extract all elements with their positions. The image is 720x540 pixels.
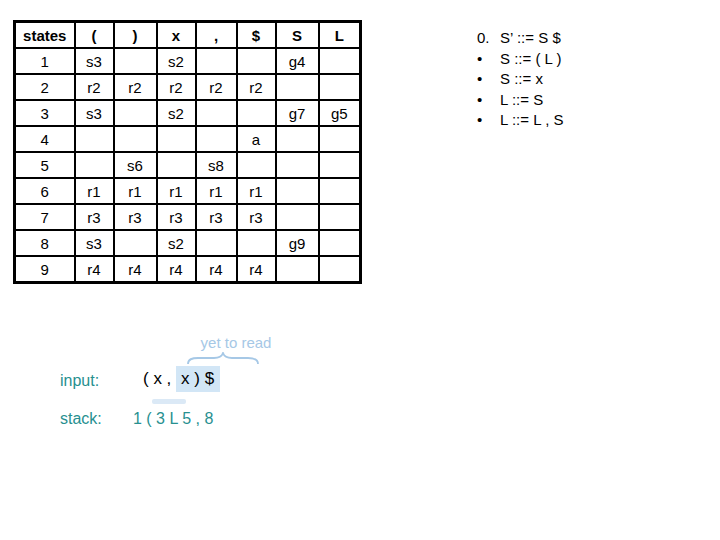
action-cell bbox=[319, 256, 361, 283]
state-number-cell: 2 bbox=[15, 74, 75, 100]
action-cell bbox=[237, 48, 276, 74]
grammar-rule-text: S ::= x bbox=[500, 69, 543, 90]
input-label: input: bbox=[60, 372, 99, 390]
action-cell bbox=[319, 74, 361, 100]
table-row: 9r4r4r4r4r4 bbox=[15, 256, 361, 283]
grammar-rule-marker: • bbox=[477, 69, 500, 90]
action-cell bbox=[157, 152, 196, 178]
action-cell bbox=[237, 152, 276, 178]
action-cell: r4 bbox=[114, 256, 157, 283]
table-row: 1s3s2g4 bbox=[15, 48, 361, 74]
action-cell bbox=[276, 74, 319, 100]
state-number-cell: 6 bbox=[15, 178, 75, 204]
grammar-rule-text: S ::= ( L ) bbox=[500, 49, 562, 70]
action-cell: r1 bbox=[75, 178, 114, 204]
action-cell: r4 bbox=[75, 256, 114, 283]
grammar-rule-row: •L ::= L , S bbox=[477, 110, 564, 131]
action-cell: g5 bbox=[319, 100, 361, 126]
column-header: ) bbox=[114, 22, 157, 49]
action-cell bbox=[196, 230, 237, 256]
action-cell bbox=[276, 152, 319, 178]
stack-label: stack: bbox=[60, 410, 102, 428]
parse-table-body: states()x,$SL1s3s2g42r2r2r2r2r23s3s2g7g5… bbox=[15, 22, 361, 283]
action-cell: r3 bbox=[237, 204, 276, 230]
grammar-list: 0.S’ ::= S $•S ::= ( L )•S ::= x•L ::= S… bbox=[477, 28, 564, 131]
grammar-rule-text: S’ ::= S $ bbox=[500, 28, 561, 49]
action-cell bbox=[319, 126, 361, 152]
grammar-rule-text: L ::= S bbox=[500, 90, 543, 111]
action-cell bbox=[114, 100, 157, 126]
action-cell bbox=[237, 100, 276, 126]
column-header: $ bbox=[237, 22, 276, 49]
state-number-cell: 8 bbox=[15, 230, 75, 256]
action-cell: r2 bbox=[114, 74, 157, 100]
action-cell: a bbox=[237, 126, 276, 152]
grammar-rule-row: 0.S’ ::= S $ bbox=[477, 28, 564, 49]
action-cell bbox=[196, 48, 237, 74]
grammar-rule-text: L ::= L , S bbox=[500, 110, 564, 131]
action-cell bbox=[319, 178, 361, 204]
action-cell: r3 bbox=[196, 204, 237, 230]
action-cell: s2 bbox=[157, 230, 196, 256]
state-number-cell: 3 bbox=[15, 100, 75, 126]
table-header-row: states()x,$SL bbox=[15, 22, 361, 49]
column-header: states bbox=[15, 22, 75, 49]
action-cell bbox=[319, 230, 361, 256]
action-cell: s6 bbox=[114, 152, 157, 178]
grammar-rule-marker: • bbox=[477, 90, 500, 111]
action-cell bbox=[319, 152, 361, 178]
action-cell bbox=[114, 230, 157, 256]
input-read-part: ( x , bbox=[143, 369, 176, 388]
action-cell: r2 bbox=[157, 74, 196, 100]
table-row: 2r2r2r2r2r2 bbox=[15, 74, 361, 100]
state-number-cell: 7 bbox=[15, 204, 75, 230]
grammar-rule-marker: 0. bbox=[477, 28, 500, 49]
action-cell: r3 bbox=[157, 204, 196, 230]
action-cell bbox=[237, 230, 276, 256]
action-cell: r3 bbox=[75, 204, 114, 230]
table-row: 3s3s2g7g5 bbox=[15, 100, 361, 126]
grammar-rule-row: •S ::= ( L ) bbox=[477, 49, 564, 70]
action-cell: s2 bbox=[157, 48, 196, 74]
action-cell: r1 bbox=[157, 178, 196, 204]
action-cell: r3 bbox=[114, 204, 157, 230]
action-cell: r4 bbox=[237, 256, 276, 283]
action-cell: r2 bbox=[237, 74, 276, 100]
action-cell bbox=[75, 152, 114, 178]
action-cell bbox=[114, 48, 157, 74]
action-cell: s3 bbox=[75, 100, 114, 126]
action-cell bbox=[196, 100, 237, 126]
action-cell bbox=[276, 256, 319, 283]
action-cell bbox=[157, 126, 196, 152]
table-row: 4a bbox=[15, 126, 361, 152]
action-cell: s2 bbox=[157, 100, 196, 126]
state-number-cell: 9 bbox=[15, 256, 75, 283]
action-cell: r1 bbox=[114, 178, 157, 204]
action-cell: g7 bbox=[276, 100, 319, 126]
grammar-rule-marker: • bbox=[477, 49, 500, 70]
action-cell: s3 bbox=[75, 230, 114, 256]
action-cell: r2 bbox=[196, 74, 237, 100]
action-cell bbox=[319, 204, 361, 230]
action-cell: g9 bbox=[276, 230, 319, 256]
column-header: S bbox=[276, 22, 319, 49]
action-cell: r1 bbox=[196, 178, 237, 204]
column-header: , bbox=[196, 22, 237, 49]
action-cell: g4 bbox=[276, 48, 319, 74]
action-cell bbox=[114, 126, 157, 152]
grammar-rule-row: •L ::= S bbox=[477, 90, 564, 111]
column-header: ( bbox=[75, 22, 114, 49]
action-cell bbox=[276, 178, 319, 204]
action-cell bbox=[319, 48, 361, 74]
column-header: L bbox=[319, 22, 361, 49]
table-row: 8s3s2g9 bbox=[15, 230, 361, 256]
state-number-cell: 4 bbox=[15, 126, 75, 152]
grammar-rule-marker: • bbox=[477, 110, 500, 131]
input-yet-to-read-part: x ) $ bbox=[176, 366, 220, 392]
grammar-rule-row: •S ::= x bbox=[477, 69, 564, 90]
state-number-cell: 1 bbox=[15, 48, 75, 74]
table-row: 7r3r3r3r3r3 bbox=[15, 204, 361, 230]
action-cell: r2 bbox=[75, 74, 114, 100]
action-cell: r4 bbox=[157, 256, 196, 283]
action-cell bbox=[196, 126, 237, 152]
input-tokens: ( x , x ) $ bbox=[143, 369, 220, 389]
action-cell: s8 bbox=[196, 152, 237, 178]
action-cell bbox=[276, 204, 319, 230]
action-cell bbox=[75, 126, 114, 152]
lr-parse-table: states()x,$SL1s3s2g42r2r2r2r2r23s3s2g7g5… bbox=[13, 20, 362, 284]
overbrace-icon bbox=[186, 352, 260, 364]
action-cell bbox=[276, 126, 319, 152]
stack-value: 1 ( 3 L 5 , 8 bbox=[133, 410, 213, 428]
state-number-cell: 5 bbox=[15, 152, 75, 178]
highlight-artifact bbox=[152, 399, 186, 404]
column-header: x bbox=[157, 22, 196, 49]
action-cell: r4 bbox=[196, 256, 237, 283]
yet-to-read-label: yet to read bbox=[176, 334, 296, 351]
table-row: 5s6s8 bbox=[15, 152, 361, 178]
action-cell: r1 bbox=[237, 178, 276, 204]
action-cell: s3 bbox=[75, 48, 114, 74]
table-row: 6r1r1r1r1r1 bbox=[15, 178, 361, 204]
